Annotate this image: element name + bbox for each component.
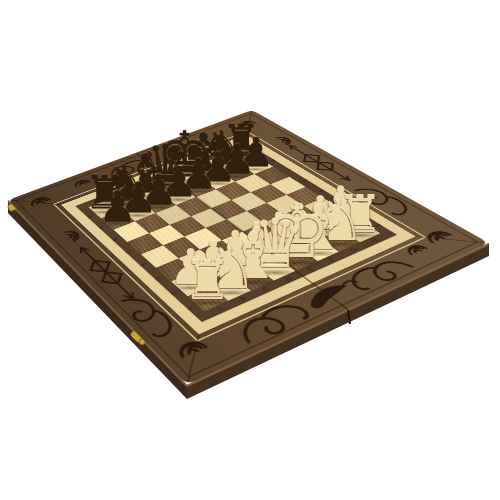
chess-set-photo: AA11BB22CC33DD44EE55FF66GG77HH88 ♜♞♝♛♚♝♞…: [0, 0, 500, 500]
